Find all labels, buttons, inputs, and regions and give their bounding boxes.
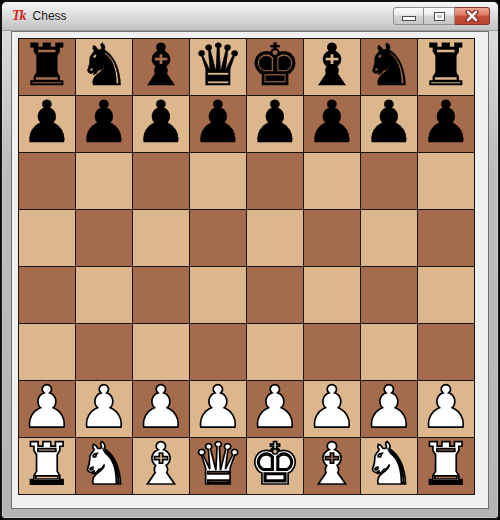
- chess-board: ♜♞♝♛♚♝♞♜♟♟♟♟♟♟♟♟♟♟♟♟♟♟♟♟♜♞♝♛♚♝♞♜: [18, 38, 475, 495]
- piece-white-bishop: ♝: [135, 435, 187, 493]
- piece-black-bishop: ♝: [306, 36, 358, 94]
- square-d8[interactable]: ♛: [190, 39, 246, 95]
- square-e2[interactable]: ♟: [247, 381, 303, 437]
- square-h6[interactable]: [418, 153, 474, 209]
- client-area: ♜♞♝♛♚♝♞♜♟♟♟♟♟♟♟♟♟♟♟♟♟♟♟♟♜♞♝♛♚♝♞♜: [11, 31, 489, 509]
- piece-black-pawn: ♟: [363, 93, 415, 151]
- square-a1[interactable]: ♜: [19, 438, 75, 494]
- square-a4[interactable]: [19, 267, 75, 323]
- piece-white-pawn: ♟: [306, 378, 358, 436]
- tk-app-icon: Tk: [12, 9, 26, 23]
- piece-white-pawn: ♟: [420, 378, 472, 436]
- square-d6[interactable]: [190, 153, 246, 209]
- square-g3[interactable]: [361, 324, 417, 380]
- square-b3[interactable]: [76, 324, 132, 380]
- square-g4[interactable]: [361, 267, 417, 323]
- square-h1[interactable]: ♜: [418, 438, 474, 494]
- piece-white-pawn: ♟: [135, 378, 187, 436]
- square-d4[interactable]: [190, 267, 246, 323]
- square-g2[interactable]: ♟: [361, 381, 417, 437]
- square-c6[interactable]: [133, 153, 189, 209]
- piece-white-rook: ♜: [420, 435, 472, 493]
- square-a7[interactable]: ♟: [19, 96, 75, 152]
- window-controls: [393, 7, 490, 25]
- square-e7[interactable]: ♟: [247, 96, 303, 152]
- square-b4[interactable]: [76, 267, 132, 323]
- piece-black-king: ♚: [249, 36, 301, 94]
- square-c7[interactable]: ♟: [133, 96, 189, 152]
- square-f3[interactable]: [304, 324, 360, 380]
- maximize-button[interactable]: [424, 7, 455, 25]
- square-d3[interactable]: [190, 324, 246, 380]
- square-g7[interactable]: ♟: [361, 96, 417, 152]
- square-b7[interactable]: ♟: [76, 96, 132, 152]
- square-g5[interactable]: [361, 210, 417, 266]
- square-g6[interactable]: [361, 153, 417, 209]
- close-button[interactable]: [455, 7, 490, 25]
- piece-white-pawn: ♟: [249, 378, 301, 436]
- title-bar[interactable]: Tk Chess: [2, 2, 498, 31]
- square-e1[interactable]: ♚: [247, 438, 303, 494]
- minimize-icon: [402, 16, 416, 21]
- square-g8[interactable]: ♞: [361, 39, 417, 95]
- piece-white-pawn: ♟: [363, 378, 415, 436]
- piece-black-pawn: ♟: [21, 93, 73, 151]
- square-f5[interactable]: [304, 210, 360, 266]
- piece-black-rook: ♜: [21, 36, 73, 94]
- square-a2[interactable]: ♟: [19, 381, 75, 437]
- square-d2[interactable]: ♟: [190, 381, 246, 437]
- piece-black-knight: ♞: [78, 36, 130, 94]
- close-x-icon: [465, 10, 479, 22]
- piece-black-queen: ♛: [192, 36, 244, 94]
- square-f7[interactable]: ♟: [304, 96, 360, 152]
- square-g1[interactable]: ♞: [361, 438, 417, 494]
- square-b6[interactable]: [76, 153, 132, 209]
- piece-black-rook: ♜: [420, 36, 472, 94]
- minimize-button[interactable]: [393, 7, 424, 25]
- app-window: Tk Chess ♜♞♝♛♚♝♞♜♟♟♟♟♟♟♟♟♟♟♟♟♟♟♟♟♜♞♝♛♚♝♞…: [0, 0, 500, 520]
- square-c8[interactable]: ♝: [133, 39, 189, 95]
- square-b5[interactable]: [76, 210, 132, 266]
- piece-white-king: ♚: [249, 435, 301, 493]
- piece-black-pawn: ♟: [306, 93, 358, 151]
- square-h3[interactable]: [418, 324, 474, 380]
- window-title: Chess: [33, 9, 67, 23]
- piece-black-pawn: ♟: [78, 93, 130, 151]
- square-a3[interactable]: [19, 324, 75, 380]
- square-e6[interactable]: [247, 153, 303, 209]
- piece-black-bishop: ♝: [135, 36, 187, 94]
- square-b1[interactable]: ♞: [76, 438, 132, 494]
- piece-white-bishop: ♝: [306, 435, 358, 493]
- square-e3[interactable]: [247, 324, 303, 380]
- square-f2[interactable]: ♟: [304, 381, 360, 437]
- square-d1[interactable]: ♛: [190, 438, 246, 494]
- piece-white-pawn: ♟: [21, 378, 73, 436]
- piece-white-pawn: ♟: [78, 378, 130, 436]
- square-d7[interactable]: ♟: [190, 96, 246, 152]
- square-a5[interactable]: [19, 210, 75, 266]
- square-f8[interactable]: ♝: [304, 39, 360, 95]
- square-h8[interactable]: ♜: [418, 39, 474, 95]
- square-h7[interactable]: ♟: [418, 96, 474, 152]
- piece-black-pawn: ♟: [135, 93, 187, 151]
- square-b2[interactable]: ♟: [76, 381, 132, 437]
- square-c2[interactable]: ♟: [133, 381, 189, 437]
- square-f1[interactable]: ♝: [304, 438, 360, 494]
- square-b8[interactable]: ♞: [76, 39, 132, 95]
- square-e4[interactable]: [247, 267, 303, 323]
- square-c1[interactable]: ♝: [133, 438, 189, 494]
- piece-white-knight: ♞: [78, 435, 130, 493]
- piece-white-queen: ♛: [192, 435, 244, 493]
- square-a6[interactable]: [19, 153, 75, 209]
- square-c4[interactable]: [133, 267, 189, 323]
- square-h2[interactable]: ♟: [418, 381, 474, 437]
- square-c5[interactable]: [133, 210, 189, 266]
- square-d5[interactable]: [190, 210, 246, 266]
- square-h4[interactable]: [418, 267, 474, 323]
- piece-black-pawn: ♟: [249, 93, 301, 151]
- square-h5[interactable]: [418, 210, 474, 266]
- piece-black-pawn: ♟: [192, 93, 244, 151]
- square-e8[interactable]: ♚: [247, 39, 303, 95]
- piece-white-knight: ♞: [363, 435, 415, 493]
- square-c3[interactable]: [133, 324, 189, 380]
- piece-white-rook: ♜: [21, 435, 73, 493]
- maximize-icon: [434, 12, 445, 21]
- square-e5[interactable]: [247, 210, 303, 266]
- piece-black-pawn: ♟: [420, 93, 472, 151]
- square-f4[interactable]: [304, 267, 360, 323]
- square-a8[interactable]: ♜: [19, 39, 75, 95]
- piece-black-knight: ♞: [363, 36, 415, 94]
- piece-white-pawn: ♟: [192, 378, 244, 436]
- square-f6[interactable]: [304, 153, 360, 209]
